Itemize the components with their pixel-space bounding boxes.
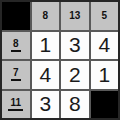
entry-digit: 3 [39,92,51,116]
entry-cell[interactable]: 1 [91,61,119,89]
entry-cell[interactable]: 3 [32,91,60,119]
column-clue-label: 5 [101,10,107,21]
entry-cell[interactable]: 1 [32,32,60,60]
entry-digit: 8 [69,92,81,116]
row-clue-cell: 7 [2,61,30,89]
entry-cell[interactable]: 4 [91,32,119,60]
column-clue-cell: 8 [32,2,60,30]
entry-digit: 1 [39,33,51,57]
entry-cell[interactable]: 8 [61,91,89,119]
column-clue-label: 8 [42,10,48,21]
row-clue-cell: 11 [2,91,30,119]
entry-digit: 2 [69,63,81,87]
entry-cell[interactable]: 2 [61,61,89,89]
entry-digit: 4 [98,33,110,57]
entry-cell[interactable]: 4 [32,61,60,89]
row-clue-label: 11 [8,98,23,111]
column-clue-cell: 13 [61,2,89,30]
row-clue-label: 7 [11,68,21,81]
entry-digit: 3 [69,33,81,57]
row-clue-cell: 8 [2,32,30,60]
column-clue-cell: 5 [91,2,119,30]
block-cell [91,91,119,119]
kakuro-board: 8 13 5 8 1 3 4 7 4 2 1 11 3 8 [0,0,120,120]
column-clue-label: 13 [69,10,80,21]
block-cell [2,2,30,30]
entry-digit: 1 [98,63,110,87]
row-clue-label: 8 [11,39,21,52]
entry-digit: 4 [39,63,51,87]
entry-cell[interactable]: 3 [61,32,89,60]
